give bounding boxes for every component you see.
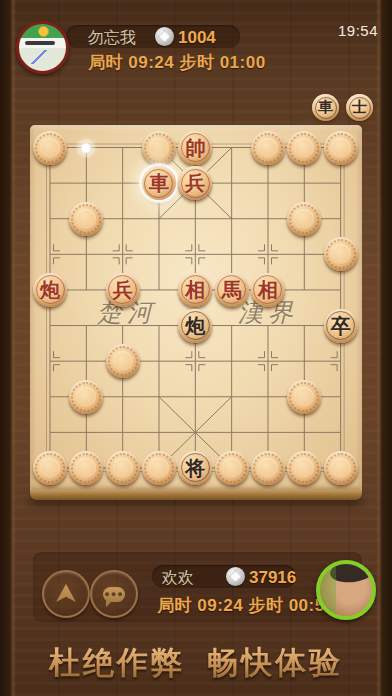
- table-edge-left: [0, 0, 16, 696]
- bottom-player-coins: 37916: [249, 568, 296, 588]
- piece-hidden[interactable]: [33, 131, 67, 165]
- piece-hidden[interactable]: [324, 131, 358, 165]
- top-player-clock: 局时 09:24 步时 01:00: [88, 51, 266, 74]
- piece-hidden[interactable]: [142, 131, 176, 165]
- piece-hidden[interactable]: [251, 451, 285, 485]
- piece-character: 炮: [40, 280, 60, 300]
- top-player-avatar[interactable]: [16, 21, 69, 74]
- piece-character: 将: [185, 458, 205, 478]
- piece-character: 帥: [185, 138, 205, 158]
- anti-cheat-banner: 杜绝作弊畅快体验: [0, 642, 392, 684]
- piece-red-帥[interactable]: 帥: [178, 131, 212, 165]
- up-arrow-icon: [53, 583, 79, 605]
- avatar-detail: [38, 26, 49, 37]
- piece-hidden[interactable]: [324, 451, 358, 485]
- piece-hidden[interactable]: [106, 344, 140, 378]
- xiangqi-board[interactable]: 楚河 漢界 帥車兵炮兵相馬相炮卒将: [30, 125, 362, 500]
- piece-hidden[interactable]: [142, 451, 176, 485]
- raise-menu-button[interactable]: [42, 570, 90, 618]
- piece-hidden[interactable]: [251, 131, 285, 165]
- piece-red-兵[interactable]: 兵: [178, 166, 212, 200]
- board-bevel: [30, 490, 362, 500]
- piece-character: 車: [318, 100, 333, 115]
- piece-hidden[interactable]: [33, 451, 67, 485]
- piece-red-兵[interactable]: 兵: [106, 273, 140, 307]
- piece-red-相[interactable]: 相: [251, 273, 285, 307]
- chat-bubble-icon: ●●●: [103, 587, 125, 602]
- avatar-detail: [25, 41, 55, 45]
- piece-character: 相: [185, 280, 205, 300]
- bottom-player-clock: 局时 09:24 步时 00:54: [157, 594, 335, 617]
- piece-hidden[interactable]: [287, 202, 321, 236]
- piece-hidden[interactable]: [69, 451, 103, 485]
- piece-character: 兵: [113, 280, 133, 300]
- piece-character: 馬: [222, 280, 242, 300]
- avatar-detail: [27, 50, 51, 64]
- piece-black-士[interactable]: 士: [346, 94, 373, 121]
- piece-character: 卒: [331, 316, 351, 336]
- piece-red-車[interactable]: 車: [142, 166, 176, 200]
- piece-character: 兵: [185, 173, 205, 193]
- piece-hidden[interactable]: [324, 237, 358, 271]
- bottom-player-name: 欢欢: [162, 568, 194, 589]
- game-screen: 19:54 勿忘我 1004 局时 09:24 步时 01:00 車士 楚河 漢…: [0, 0, 392, 696]
- piece-hidden[interactable]: [287, 131, 321, 165]
- piece-hidden[interactable]: [69, 202, 103, 236]
- table-edge-right: [376, 0, 392, 696]
- piece-black-将[interactable]: 将: [178, 451, 212, 485]
- piece-character: 炮: [185, 316, 205, 336]
- piece-hidden[interactable]: [106, 451, 140, 485]
- coin-icon: [226, 567, 245, 586]
- last-move-origin-marker: [82, 143, 91, 152]
- piece-hidden[interactable]: [69, 380, 103, 414]
- system-time: 19:54: [338, 22, 378, 39]
- bottom-player-avatar[interactable]: [316, 560, 376, 620]
- piece-red-炮[interactable]: 炮: [33, 273, 67, 307]
- captured-pieces-tray: 車士: [312, 94, 373, 121]
- piece-black-車[interactable]: 車: [312, 94, 339, 121]
- piece-character: 士: [352, 100, 367, 115]
- chat-button[interactable]: ●●●: [90, 570, 138, 618]
- avatar-detail: [320, 564, 336, 616]
- piece-red-馬[interactable]: 馬: [215, 273, 249, 307]
- piece-black-炮[interactable]: 炮: [178, 309, 212, 343]
- board-face: 楚河 漢界 帥車兵炮兵相馬相炮卒将: [30, 125, 362, 490]
- piece-hidden[interactable]: [287, 380, 321, 414]
- piece-character: 相: [258, 280, 278, 300]
- piece-black-卒[interactable]: 卒: [324, 309, 358, 343]
- piece-character: 車: [149, 173, 169, 193]
- piece-hidden[interactable]: [215, 451, 249, 485]
- coin-icon: [155, 27, 174, 46]
- top-player-coins: 1004: [178, 28, 216, 48]
- top-player-name: 勿忘我: [88, 28, 136, 49]
- piece-hidden[interactable]: [287, 451, 321, 485]
- piece-red-相[interactable]: 相: [178, 273, 212, 307]
